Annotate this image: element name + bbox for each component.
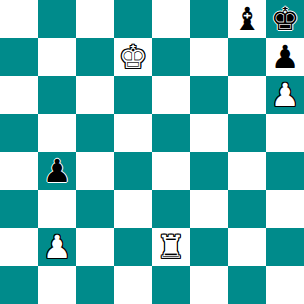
square-g1[interactable] <box>228 266 266 304</box>
square-a7[interactable] <box>0 38 38 76</box>
square-h4[interactable] <box>266 152 304 190</box>
square-f1[interactable] <box>190 266 228 304</box>
square-d5[interactable] <box>114 114 152 152</box>
square-d1[interactable] <box>114 266 152 304</box>
square-d7[interactable]: ♚ <box>114 38 152 76</box>
white-king[interactable]: ♚ <box>119 38 148 76</box>
square-b7[interactable] <box>38 38 76 76</box>
square-g5[interactable] <box>228 114 266 152</box>
square-h2[interactable] <box>266 228 304 266</box>
square-d3[interactable] <box>114 190 152 228</box>
square-c1[interactable] <box>76 266 114 304</box>
square-e4[interactable] <box>152 152 190 190</box>
square-b2[interactable]: ♟ <box>38 228 76 266</box>
square-d4[interactable] <box>114 152 152 190</box>
square-b6[interactable] <box>38 76 76 114</box>
square-e8[interactable] <box>152 0 190 38</box>
square-d6[interactable] <box>114 76 152 114</box>
square-a6[interactable] <box>0 76 38 114</box>
square-g7[interactable] <box>228 38 266 76</box>
square-c5[interactable] <box>76 114 114 152</box>
square-a1[interactable] <box>0 266 38 304</box>
square-c6[interactable] <box>76 76 114 114</box>
square-d2[interactable] <box>114 228 152 266</box>
white-pawn[interactable]: ♟ <box>43 228 72 266</box>
square-c8[interactable] <box>76 0 114 38</box>
square-b8[interactable] <box>38 0 76 38</box>
square-c2[interactable] <box>76 228 114 266</box>
white-pawn[interactable]: ♟ <box>271 76 300 114</box>
square-h7[interactable]: ♟ <box>266 38 304 76</box>
black-king[interactable]: ♚ <box>271 0 300 38</box>
square-e5[interactable] <box>152 114 190 152</box>
square-f6[interactable] <box>190 76 228 114</box>
square-a5[interactable] <box>0 114 38 152</box>
square-h1[interactable] <box>266 266 304 304</box>
square-e2[interactable]: ♜ <box>152 228 190 266</box>
square-f8[interactable] <box>190 0 228 38</box>
square-b1[interactable] <box>38 266 76 304</box>
square-h8[interactable]: ♚ <box>266 0 304 38</box>
square-b3[interactable] <box>38 190 76 228</box>
square-a4[interactable] <box>0 152 38 190</box>
square-h3[interactable] <box>266 190 304 228</box>
square-f2[interactable] <box>190 228 228 266</box>
square-a2[interactable] <box>0 228 38 266</box>
black-pawn[interactable]: ♟ <box>271 38 300 76</box>
square-g8[interactable]: ♝ <box>228 0 266 38</box>
square-a3[interactable] <box>0 190 38 228</box>
square-g2[interactable] <box>228 228 266 266</box>
square-f3[interactable] <box>190 190 228 228</box>
square-f5[interactable] <box>190 114 228 152</box>
black-bishop[interactable]: ♝ <box>233 0 262 38</box>
square-d8[interactable] <box>114 0 152 38</box>
square-c3[interactable] <box>76 190 114 228</box>
square-g3[interactable] <box>228 190 266 228</box>
square-b5[interactable] <box>38 114 76 152</box>
white-rook[interactable]: ♜ <box>157 228 186 266</box>
square-e6[interactable] <box>152 76 190 114</box>
square-g4[interactable] <box>228 152 266 190</box>
square-e3[interactable] <box>152 190 190 228</box>
square-f7[interactable] <box>190 38 228 76</box>
square-b4[interactable]: ♟ <box>38 152 76 190</box>
square-h5[interactable] <box>266 114 304 152</box>
square-h6[interactable]: ♟ <box>266 76 304 114</box>
square-a8[interactable] <box>0 0 38 38</box>
square-e7[interactable] <box>152 38 190 76</box>
square-c4[interactable] <box>76 152 114 190</box>
square-c7[interactable] <box>76 38 114 76</box>
black-pawn[interactable]: ♟ <box>43 152 72 190</box>
square-e1[interactable] <box>152 266 190 304</box>
chess-board: ♝♚♚♟♟♟♟♜ <box>0 0 304 304</box>
square-g6[interactable] <box>228 76 266 114</box>
square-f4[interactable] <box>190 152 228 190</box>
